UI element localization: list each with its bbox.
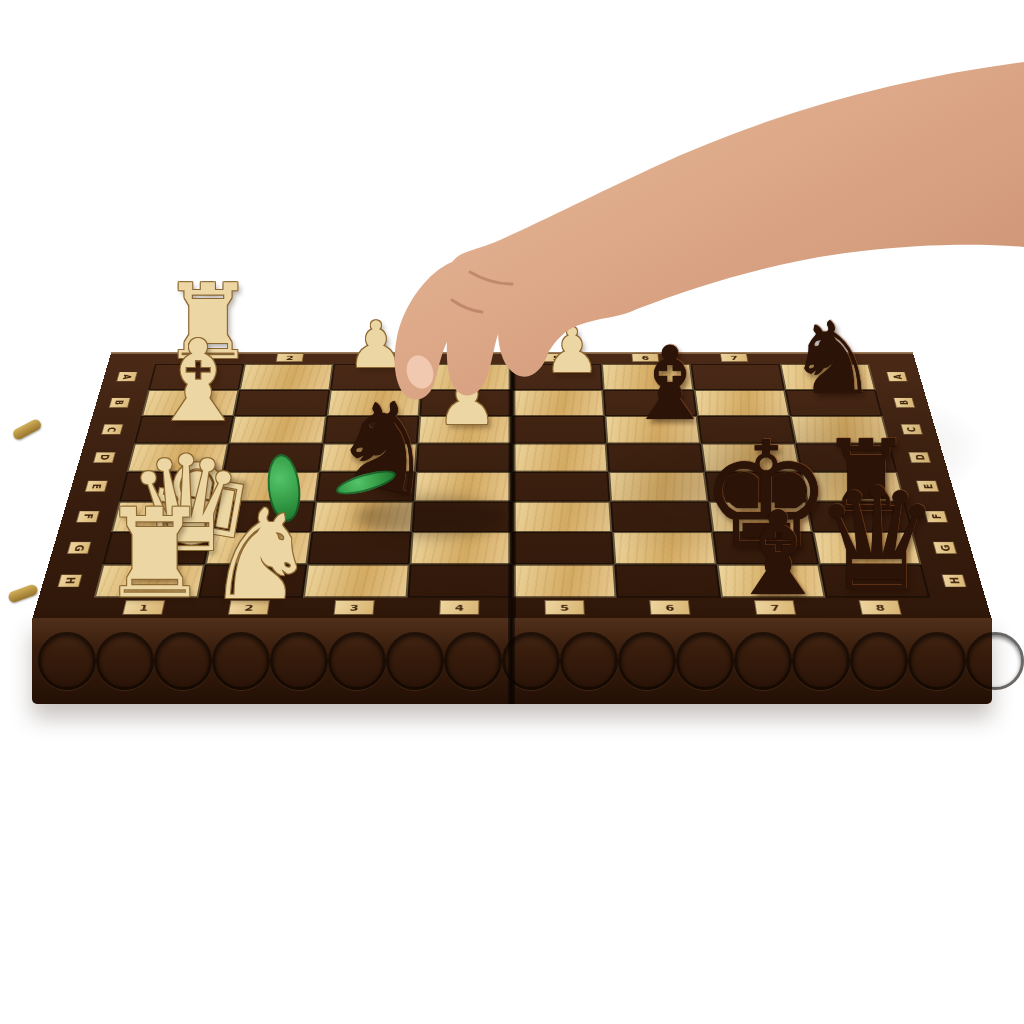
square-b5[interactable] — [512, 390, 605, 416]
carved-circle-ornament — [328, 632, 386, 690]
square-b2[interactable] — [234, 390, 330, 416]
square-h3[interactable] — [303, 564, 410, 597]
file-label-left-B: B — [109, 398, 131, 408]
file-label-right-H: H — [942, 574, 967, 587]
box-front-seam — [508, 618, 515, 704]
rank-label-near-3: 3 — [334, 600, 375, 614]
carved-circle-ornament — [386, 632, 444, 690]
black-queen-h8[interactable]: ♛ — [813, 469, 940, 611]
file-label-left-F: F — [76, 511, 100, 523]
file-label-left-D: D — [93, 452, 116, 463]
carved-circle-ornament — [618, 632, 676, 690]
carved-circle-ornament — [96, 632, 154, 690]
white-rook-h1[interactable]: ♜ — [100, 493, 209, 615]
file-label-left-C: C — [101, 424, 123, 434]
carved-circle-ornament — [676, 632, 734, 690]
carved-circle-ornament — [908, 632, 966, 690]
carved-circle-ornament — [270, 632, 328, 690]
rank-label-far-2: 2 — [276, 353, 304, 361]
file-label-left-A: A — [116, 372, 137, 382]
square-h4[interactable] — [407, 564, 512, 597]
white-bishop-c1[interactable]: ♝ — [148, 325, 248, 437]
fold-seam — [508, 352, 516, 620]
rank-label-near-4: 4 — [439, 600, 479, 614]
carved-circle-ornament — [560, 632, 618, 690]
carved-circle-ornament — [734, 632, 792, 690]
square-g3[interactable] — [307, 532, 411, 564]
white-pawn-a5[interactable]: ♟ — [544, 320, 600, 382]
black-bishop-h7[interactable]: ♝ — [726, 496, 830, 612]
file-label-left-G: G — [67, 542, 91, 554]
carved-circle-ornament — [154, 632, 212, 690]
rank-label-near-5: 5 — [545, 600, 585, 614]
brass-clasp-icon — [11, 418, 43, 442]
white-knight-h2[interactable]: ♞ — [205, 493, 316, 617]
chess-photo-stage: AABBCCDDEEFFGGHH1234567812345678 ♜♟♟♞♝♝♟… — [0, 0, 1024, 1024]
file-label-left-H: H — [57, 574, 82, 587]
brass-clasp-icon — [7, 583, 39, 604]
carved-circle-ornament — [212, 632, 270, 690]
carved-circle-ornament — [444, 632, 502, 690]
carved-circle-ornament — [38, 632, 96, 690]
black-knight-b8[interactable]: ♞ — [788, 309, 878, 409]
carved-circle-ornament — [966, 632, 1024, 690]
rank-label-near-6: 6 — [649, 600, 690, 614]
carved-circle-ornament — [792, 632, 850, 690]
rank-label-far-7: 7 — [720, 353, 748, 361]
carved-circle-ornament — [850, 632, 908, 690]
